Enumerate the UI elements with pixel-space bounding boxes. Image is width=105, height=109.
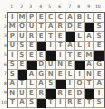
letter-cell-r8c1[interactable]: A	[8, 80, 18, 90]
letter-cell-r1c10[interactable]: E	[94, 13, 104, 23]
letter-cell-r10c6[interactable]: I	[56, 99, 66, 109]
col-label-7: 7	[66, 2, 73, 11]
letter-cell-r10c2[interactable]: A	[18, 99, 28, 109]
letter-cell-r4c2[interactable]: S	[18, 42, 28, 52]
letter-cell-r9c6[interactable]: R	[56, 89, 66, 99]
letter-cell-r7c1[interactable]: S	[8, 70, 18, 80]
letter-cell-r4c5[interactable]: I	[46, 42, 56, 52]
letter-cell-r6c6[interactable]: N	[56, 61, 66, 71]
letter-cell-r7c5[interactable]: N	[46, 70, 56, 80]
letter-cell-r10c5[interactable]: T	[46, 99, 56, 109]
black-cell-r5c5	[46, 51, 56, 61]
letter-cell-r4c1[interactable]: U	[8, 42, 18, 52]
letter-cell-r9c7[interactable]: E	[66, 89, 76, 99]
letter-cell-r4c8[interactable]: L	[75, 42, 85, 52]
letter-cell-r7c4[interactable]: G	[37, 70, 47, 80]
letter-cell-r6c7[interactable]: E	[66, 61, 76, 71]
letter-cell-r3c9[interactable]: A	[85, 32, 95, 42]
letter-cell-r6c2[interactable]: E	[18, 61, 28, 71]
letter-cell-r9c2[interactable]: U	[18, 89, 28, 99]
letter-cell-r3c8[interactable]: L	[75, 32, 85, 42]
letter-cell-r4c10[interactable]: E	[94, 42, 104, 52]
letter-cell-r5c3[interactable]: E	[27, 51, 37, 61]
letter-cell-r7c10[interactable]: E	[94, 70, 104, 80]
letter-cell-r10c3[interactable]: S	[27, 99, 37, 109]
letter-cell-r8c2[interactable]: T	[18, 80, 28, 90]
letter-cell-r5c2[interactable]: S	[18, 51, 28, 61]
letter-cell-r8c3[interactable]: L	[27, 80, 37, 90]
letter-cell-r7c3[interactable]: A	[27, 70, 37, 80]
letter-cell-r6c5[interactable]: U	[46, 61, 56, 71]
col-label-8: 8	[75, 2, 82, 11]
letter-cell-r3c4[interactable]: E	[37, 32, 47, 42]
black-cell-r9c9	[85, 89, 95, 99]
letter-cell-r2c8[interactable]: E	[75, 23, 85, 33]
letter-cell-r3c10[interactable]: S	[94, 32, 104, 42]
col-label-4: 4	[37, 2, 44, 11]
black-cell-r10c4	[37, 99, 47, 109]
letter-cell-r5c1[interactable]: I	[8, 51, 18, 61]
letter-cell-r9c10[interactable]: I	[94, 89, 104, 99]
letter-cell-r10c9[interactable]: T	[85, 99, 95, 109]
letter-cell-r8c9[interactable]: T	[85, 80, 95, 90]
black-cell-r6c8	[75, 61, 85, 71]
letter-cell-r2c5[interactable]: A	[46, 23, 56, 33]
col-label-2: 2	[18, 2, 25, 11]
letter-cell-r7c8[interactable]: I	[75, 70, 85, 80]
letter-cell-r7c6[interactable]: E	[56, 70, 66, 80]
letter-cell-r5c9[interactable]: M	[85, 51, 95, 61]
letter-cell-r6c4[interactable]: D	[37, 61, 47, 71]
letter-cell-r2c7[interactable]: D	[66, 23, 76, 33]
black-cell-r7c2	[18, 70, 28, 80]
row-labels: 12345678910	[0, 12, 7, 107]
letter-cell-r1c4[interactable]: E	[37, 13, 47, 23]
letter-cell-r8c7[interactable]: I	[66, 80, 76, 90]
letter-cell-r9c8[interactable]: D	[75, 89, 85, 99]
letter-cell-r3c2[interactable]: U	[18, 32, 28, 42]
letter-cell-r5c6[interactable]: I	[56, 51, 66, 61]
letter-cell-r3c1[interactable]: P	[8, 32, 18, 42]
letter-cell-r1c5[interactable]: C	[46, 13, 56, 23]
letter-cell-r1c3[interactable]: P	[27, 13, 37, 23]
letter-cell-r2c4[interactable]: T	[37, 23, 47, 33]
letter-cell-r1c6[interactable]: C	[56, 13, 66, 23]
letter-cell-r2c3[interactable]: U	[27, 23, 37, 33]
black-cell-r2c9	[85, 23, 95, 33]
letter-cell-r2c6[interactable]: R	[56, 23, 66, 33]
black-cell-r6c3	[27, 61, 37, 71]
letter-cell-r1c9[interactable]: L	[85, 13, 95, 23]
letter-cell-r5c8[interactable]: E	[75, 51, 85, 61]
letter-cell-r7c9[interactable]: N	[85, 70, 95, 80]
black-cell-r9c5	[46, 89, 56, 99]
letter-cell-r4c7[interactable]: A	[66, 42, 76, 52]
letter-cell-r5c7[interactable]: T	[66, 51, 76, 61]
letter-cell-r9c4[interactable]: R	[37, 89, 47, 99]
letter-cell-r7c7[interactable]: L	[66, 70, 76, 80]
crossword-scan: 12345678910 12345678910 IMPECCABLEMOUTAR…	[0, 0, 105, 108]
letter-cell-r8c10[interactable]: A	[94, 80, 104, 90]
col-label-10: 10	[95, 2, 102, 11]
letter-cell-r8c4[interactable]: A	[37, 80, 47, 90]
black-cell-r4c4	[37, 42, 47, 52]
letter-cell-r2c2[interactable]: O	[18, 23, 28, 33]
black-cell-r3c7	[66, 32, 76, 42]
letter-cell-r3c3[interactable]: R	[27, 32, 37, 42]
black-cell-r5c10	[94, 51, 104, 61]
letter-cell-r8c5[interactable]: S	[46, 80, 56, 90]
letter-cell-r1c1[interactable]: I	[8, 13, 18, 23]
letter-cell-r9c3[interactable]: E	[27, 89, 37, 99]
letter-cell-r3c5[interactable]: T	[46, 32, 56, 42]
column-labels: 12345678910	[7, 0, 103, 12]
col-label-6: 6	[56, 2, 63, 11]
crossword-grid: IMPECCABLEMOUTARDESPURETELASUSEITALIEISE…	[7, 12, 105, 108]
letter-cell-r10c7[interactable]: R	[66, 99, 76, 109]
letter-cell-r1c2[interactable]: M	[18, 13, 28, 23]
letter-cell-r2c1[interactable]: M	[8, 23, 18, 33]
letter-cell-r10c1[interactable]: T	[8, 99, 18, 109]
letter-cell-r8c8[interactable]: O	[75, 80, 85, 90]
letter-cell-r2c10[interactable]: S	[94, 23, 104, 33]
letter-cell-r10c8[interactable]: E	[75, 99, 85, 109]
col-label-9: 9	[85, 2, 92, 11]
letter-cell-r6c10[interactable]: G	[94, 61, 104, 71]
letter-cell-r9c1[interactable]: N	[8, 89, 18, 99]
letter-cell-r4c3[interactable]: E	[27, 42, 37, 52]
col-label-5: 5	[47, 2, 54, 11]
black-cell-r8c6	[56, 80, 66, 90]
letter-cell-r1c7[interactable]: A	[66, 13, 76, 23]
letter-cell-r4c6[interactable]: T	[56, 42, 66, 52]
col-label-3: 3	[27, 2, 34, 11]
letter-cell-r4c9[interactable]: I	[85, 42, 95, 52]
letter-cell-r5c4[interactable]: E	[37, 51, 47, 61]
col-label-1: 1	[8, 2, 15, 11]
letter-cell-r1c8[interactable]: B	[75, 13, 85, 23]
letter-cell-r6c9[interactable]: A	[85, 61, 95, 71]
letter-cell-r10c10[interactable]: S	[94, 99, 104, 109]
letter-cell-r3c6[interactable]: E	[56, 32, 66, 42]
letter-cell-r6c1[interactable]: S	[8, 61, 18, 71]
